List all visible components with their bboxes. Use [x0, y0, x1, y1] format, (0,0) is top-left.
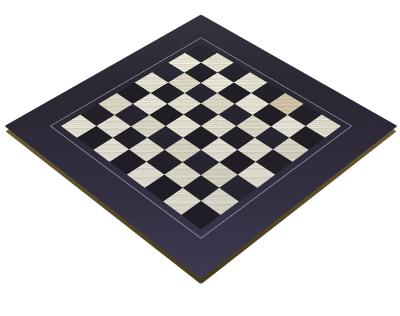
board-grid	[61, 43, 341, 229]
chess-board	[4, 14, 397, 278]
scene	[0, 0, 400, 316]
